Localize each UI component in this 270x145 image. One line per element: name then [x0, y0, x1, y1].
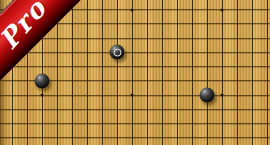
black-stone-P10	[200, 88, 215, 103]
star-point	[131, 8, 134, 11]
star-point	[41, 94, 44, 97]
black-stone-J13	[110, 45, 125, 60]
star-point	[221, 8, 224, 11]
go-app-screen: Pro	[0, 0, 270, 145]
star-point	[131, 94, 134, 97]
last-move-circle-marker	[113, 48, 121, 56]
black-stone-D11	[35, 73, 50, 88]
star-point	[221, 94, 224, 97]
